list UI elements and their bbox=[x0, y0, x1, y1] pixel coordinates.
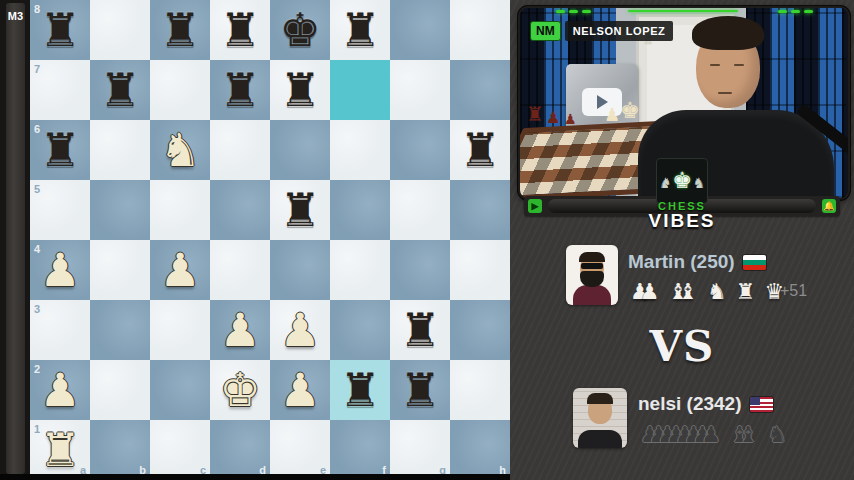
square-f4[interactable] bbox=[330, 240, 390, 300]
piece-white-pawn[interactable]: ♟ bbox=[30, 240, 90, 300]
captured-black-knight: ♞ bbox=[767, 424, 787, 446]
piece-black-rook[interactable]: ♜ bbox=[90, 60, 150, 120]
piece-black-rook[interactable]: ♜ bbox=[210, 0, 270, 60]
square-e6[interactable] bbox=[270, 120, 330, 180]
square-d4[interactable] bbox=[210, 240, 270, 300]
captured-black-pawn: ♟ bbox=[701, 424, 721, 446]
evaluation-bar-fill: M3 bbox=[6, 3, 25, 474]
decor-chess-piece: ♚ bbox=[620, 100, 640, 122]
square-f3[interactable] bbox=[330, 300, 390, 360]
square-d5[interactable] bbox=[210, 180, 270, 240]
square-d2[interactable]: ♚ bbox=[210, 360, 270, 420]
square-b3[interactable] bbox=[90, 300, 150, 360]
square-e5[interactable]: ♜ bbox=[270, 180, 330, 240]
square-c4[interactable]: ♟ bbox=[150, 240, 210, 300]
square-b1[interactable]: b bbox=[90, 420, 150, 480]
rank-label-5: 5 bbox=[34, 184, 40, 195]
player-name-bottom: nelsi (2342) bbox=[638, 393, 773, 415]
square-h2[interactable] bbox=[450, 360, 510, 420]
square-d6[interactable] bbox=[210, 120, 270, 180]
square-h4[interactable] bbox=[450, 240, 510, 300]
square-a7[interactable]: 7 bbox=[30, 60, 90, 120]
square-g7[interactable] bbox=[390, 60, 450, 120]
mate-in-label: M3 bbox=[6, 10, 25, 22]
square-e3[interactable]: ♟ bbox=[270, 300, 330, 360]
square-f1[interactable]: f bbox=[330, 420, 390, 480]
stream-side-panel: ♔ ♗ ♜ ♟ ♟ ♟ ♚ NM bbox=[510, 0, 854, 480]
square-c1[interactable]: c bbox=[150, 420, 210, 480]
square-d7[interactable]: ♜ bbox=[210, 60, 270, 120]
piece-white-king[interactable]: ♚ bbox=[210, 360, 270, 420]
evaluation-bar: M3 bbox=[0, 0, 30, 480]
square-h3[interactable] bbox=[450, 300, 510, 360]
sunglasses bbox=[581, 263, 603, 269]
piece-black-king[interactable]: ♚ bbox=[270, 0, 330, 60]
square-e4[interactable] bbox=[270, 240, 330, 300]
captured-white-knight: ♞ bbox=[707, 281, 727, 303]
square-f7[interactable] bbox=[330, 60, 390, 120]
piece-black-rook[interactable]: ♜ bbox=[30, 120, 90, 180]
captured-pieces-top: ♟♟♝♝♞♜♛ bbox=[630, 277, 793, 303]
rank-label-7: 7 bbox=[34, 64, 40, 75]
square-c2[interactable] bbox=[150, 360, 210, 420]
stream-screen: M3 8♜♜♜♚♜7♜♜♜6♜♞♜5♜4♟♟3♟♟♜2♟♚♟♜♜1a♜bcdef… bbox=[0, 0, 854, 480]
piece-white-pawn[interactable]: ♟ bbox=[210, 300, 270, 360]
led-light bbox=[569, 10, 578, 13]
piece-white-knight[interactable]: ♞ bbox=[150, 120, 210, 180]
square-c6[interactable]: ♞ bbox=[150, 120, 210, 180]
square-a4[interactable]: 4♟ bbox=[30, 240, 90, 300]
decor-chess-piece: ♜ bbox=[526, 104, 544, 124]
logo-emblem: ♞♚♞ bbox=[656, 158, 708, 204]
square-f8[interactable]: ♜ bbox=[330, 0, 390, 60]
king-icon: ♚ bbox=[672, 168, 692, 193]
logo-text-vibes: VIBES bbox=[510, 210, 854, 232]
square-g1[interactable]: g bbox=[390, 420, 450, 480]
decor-chess-piece: ♟ bbox=[546, 110, 560, 126]
piece-black-rook[interactable]: ♜ bbox=[450, 120, 510, 180]
captured-pieces-bottom: ♟♟♟♟♟♟♟♟♝♝♞ bbox=[640, 420, 796, 446]
chess-vibes-logo: ♞♚♞ CHESS VIBES bbox=[510, 158, 854, 232]
streamer-hair bbox=[692, 16, 764, 50]
square-g4[interactable] bbox=[390, 240, 450, 300]
bulgaria-flag bbox=[743, 255, 766, 270]
captured-black-bishop: ♝ bbox=[739, 424, 759, 446]
knight-icon: ♞ bbox=[693, 175, 706, 191]
rank-label-3: 3 bbox=[34, 304, 40, 315]
player-name-top: Martin (250) bbox=[628, 251, 766, 273]
usa-flag bbox=[750, 397, 773, 412]
square-d1[interactable]: d bbox=[210, 420, 270, 480]
led-strip bbox=[628, 10, 738, 12]
square-e1[interactable]: e bbox=[270, 420, 330, 480]
led-light bbox=[791, 10, 800, 13]
square-d8[interactable]: ♜ bbox=[210, 0, 270, 60]
square-c5[interactable] bbox=[150, 180, 210, 240]
square-g2[interactable]: ♜ bbox=[390, 360, 450, 420]
chess-board[interactable]: 8♜♜♜♚♜7♜♜♜6♜♞♜5♜4♟♟3♟♟♜2♟♚♟♜♜1a♜bcdefgh bbox=[30, 0, 510, 480]
square-g6[interactable] bbox=[390, 120, 450, 180]
board-bottom-edge bbox=[0, 474, 510, 480]
decor-chess-piece: ♟ bbox=[564, 112, 577, 126]
square-e2[interactable]: ♟ bbox=[270, 360, 330, 420]
led-light bbox=[778, 10, 787, 13]
piece-black-rook[interactable]: ♜ bbox=[210, 60, 270, 120]
square-h1[interactable]: h bbox=[450, 420, 510, 480]
square-f6[interactable] bbox=[330, 120, 390, 180]
piece-black-rook[interactable]: ♜ bbox=[390, 300, 450, 360]
vs-label: VS bbox=[510, 322, 854, 371]
piece-black-rook[interactable]: ♜ bbox=[390, 360, 450, 420]
square-b4[interactable] bbox=[90, 240, 150, 300]
square-e8[interactable]: ♚ bbox=[270, 0, 330, 60]
avatar-nelsi bbox=[573, 388, 627, 448]
square-f5[interactable] bbox=[330, 180, 390, 240]
piece-black-rook[interactable]: ♜ bbox=[330, 360, 390, 420]
led-light bbox=[556, 10, 565, 13]
captured-white-bishop: ♝ bbox=[678, 281, 698, 303]
square-c3[interactable] bbox=[150, 300, 210, 360]
piece-black-rook[interactable]: ♜ bbox=[150, 0, 210, 60]
piece-black-rook[interactable]: ♜ bbox=[30, 0, 90, 60]
square-f2[interactable]: ♜ bbox=[330, 360, 390, 420]
square-a5[interactable]: 5 bbox=[30, 180, 90, 240]
square-h8[interactable] bbox=[450, 0, 510, 60]
square-a3[interactable]: 3 bbox=[30, 300, 90, 360]
piece-white-pawn[interactable]: ♟ bbox=[150, 240, 210, 300]
square-a2[interactable]: 2♟ bbox=[30, 360, 90, 420]
square-g3[interactable]: ♜ bbox=[390, 300, 450, 360]
square-d3[interactable]: ♟ bbox=[210, 300, 270, 360]
piece-black-rook[interactable]: ♜ bbox=[330, 0, 390, 60]
piece-white-pawn[interactable]: ♟ bbox=[270, 360, 330, 420]
avatar-martin bbox=[566, 245, 618, 305]
decor-chess-piece: ♟ bbox=[604, 106, 620, 124]
led-light bbox=[804, 10, 813, 13]
square-g8[interactable] bbox=[390, 0, 450, 60]
square-h7[interactable] bbox=[450, 60, 510, 120]
square-a1[interactable]: 1a♜ bbox=[30, 420, 90, 480]
piece-black-rook[interactable]: ♜ bbox=[270, 180, 330, 240]
captured-white-rook: ♜ bbox=[736, 281, 756, 303]
square-b5[interactable] bbox=[90, 180, 150, 240]
knight-icon: ♞ bbox=[659, 161, 672, 205]
square-c8[interactable]: ♜ bbox=[150, 0, 210, 60]
material-advantage: +51 bbox=[780, 282, 807, 300]
square-b8[interactable] bbox=[90, 0, 150, 60]
square-b7[interactable]: ♜ bbox=[90, 60, 150, 120]
square-c7[interactable] bbox=[150, 60, 210, 120]
square-h5[interactable] bbox=[450, 180, 510, 240]
piece-black-rook[interactable]: ♜ bbox=[270, 60, 330, 120]
title-badge: NM bbox=[530, 21, 561, 41]
streamer-name: NELSON LOPEZ bbox=[565, 21, 674, 41]
piece-white-pawn[interactable]: ♟ bbox=[30, 360, 90, 420]
captured-white-pawn: ♟ bbox=[640, 281, 660, 303]
square-a8[interactable]: 8♜ bbox=[30, 0, 90, 60]
piece-white-rook[interactable]: ♜ bbox=[30, 420, 90, 480]
led-light bbox=[582, 10, 591, 13]
square-a6[interactable]: 6♜ bbox=[30, 120, 90, 180]
square-b6[interactable] bbox=[90, 120, 150, 180]
piece-white-pawn[interactable]: ♟ bbox=[270, 300, 330, 360]
square-e7[interactable]: ♜ bbox=[270, 60, 330, 120]
square-b2[interactable] bbox=[90, 360, 150, 420]
square-g5[interactable] bbox=[390, 180, 450, 240]
square-h6[interactable]: ♜ bbox=[450, 120, 510, 180]
